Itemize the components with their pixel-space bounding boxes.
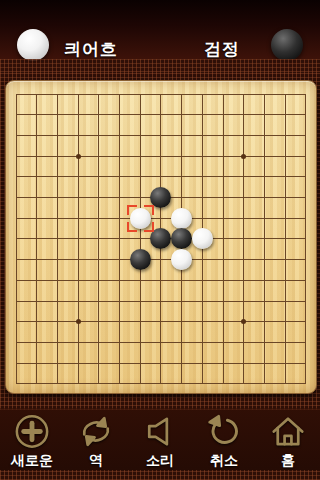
new-game-label: 새로운 bbox=[11, 452, 53, 470]
home-label: 홈 bbox=[281, 452, 295, 470]
marker-corner bbox=[127, 205, 137, 215]
grid-line-h bbox=[16, 342, 307, 343]
grid-line-h bbox=[16, 280, 307, 281]
fret-border-top bbox=[0, 59, 320, 72]
star-point bbox=[241, 154, 246, 159]
star-point bbox=[241, 319, 246, 324]
stone-white bbox=[171, 208, 192, 229]
last-move-marker bbox=[127, 205, 154, 232]
reverse-arrows-icon bbox=[73, 410, 119, 453]
toolbar: 새로운 역 소리 bbox=[0, 398, 320, 480]
grid-line-v bbox=[223, 94, 224, 385]
white-stone-icon bbox=[17, 29, 49, 61]
grid-line-h bbox=[16, 301, 307, 302]
sound-button[interactable]: 소리 bbox=[128, 408, 192, 470]
go-board[interactable] bbox=[5, 80, 317, 394]
star-point bbox=[76, 319, 81, 324]
white-player-label: 킈어흐 bbox=[64, 38, 118, 61]
grid-line-v bbox=[305, 94, 306, 385]
speaker-icon bbox=[137, 410, 183, 453]
reverse-label: 역 bbox=[89, 452, 103, 470]
toolbar-buttons: 새로운 역 소리 bbox=[0, 408, 320, 470]
grid-line-v bbox=[264, 94, 265, 385]
grid-line-h bbox=[16, 259, 307, 260]
undo-button[interactable]: 취소 bbox=[192, 408, 256, 470]
home-icon bbox=[265, 410, 311, 453]
sound-label: 소리 bbox=[146, 452, 174, 470]
fret-border-bottom bbox=[0, 470, 320, 480]
stone-black bbox=[171, 228, 192, 249]
grid-line-v bbox=[285, 94, 286, 385]
reverse-button[interactable]: 역 bbox=[64, 408, 128, 470]
black-stone-icon bbox=[271, 29, 303, 61]
marker-corner bbox=[127, 222, 137, 232]
marker-corner bbox=[144, 205, 154, 215]
star-point bbox=[76, 154, 81, 159]
undo-label: 취소 bbox=[210, 452, 238, 470]
app-screen: 킈어흐 검정 새로운 bbox=[0, 0, 320, 480]
stone-black bbox=[130, 249, 151, 270]
marker-corner bbox=[144, 222, 154, 232]
grid-line-v bbox=[243, 94, 244, 385]
board-grid[interactable] bbox=[16, 94, 307, 385]
stone-white bbox=[171, 249, 192, 270]
black-player-label: 검정 bbox=[204, 38, 240, 61]
new-game-button[interactable]: 새로운 bbox=[0, 408, 64, 470]
circle-plus-icon bbox=[9, 410, 55, 453]
undo-arrow-icon bbox=[201, 410, 247, 453]
stone-white bbox=[192, 228, 213, 249]
home-button[interactable]: 홈 bbox=[256, 408, 320, 470]
top-bar: 킈어흐 검정 bbox=[0, 0, 320, 72]
grid-line-h bbox=[16, 321, 307, 322]
board-section bbox=[0, 72, 320, 398]
grid-line-h bbox=[16, 363, 307, 364]
grid-line-h bbox=[16, 383, 307, 384]
